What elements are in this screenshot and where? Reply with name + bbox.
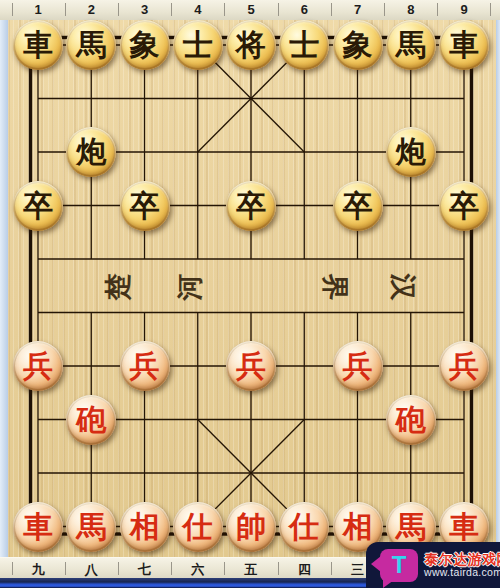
black-piece-卒[interactable]: 卒 [226,181,276,231]
black-piece-象[interactable]: 象 [120,20,170,70]
piece-character: 兵 [449,351,479,381]
piece-character: 馬 [396,30,426,60]
black-piece-士[interactable]: 士 [173,20,223,70]
red-piece-砲[interactable]: 砲 [386,395,436,445]
black-piece-馬[interactable]: 馬 [66,20,116,70]
red-piece-相[interactable]: 相 [120,502,170,552]
piece-character: 兵 [236,351,266,381]
column-number: 九 [32,561,45,579]
black-piece-卒[interactable]: 卒 [333,181,383,231]
river-label-char: 汉 [385,274,421,301]
watermark-site-url: www.tairda.com [424,567,500,579]
piece-character: 士 [183,30,213,60]
red-piece-兵[interactable]: 兵 [120,341,170,391]
logo-letter: T [392,551,407,579]
red-piece-馬[interactable]: 馬 [66,502,116,552]
black-piece-象[interactable]: 象 [333,20,383,70]
river-label-char: 界 [317,274,353,301]
column-separator [65,562,66,575]
piece-character: 相 [130,512,160,542]
column-number: 五 [245,561,258,579]
piece-character: 象 [130,30,160,60]
column-separator [278,562,279,575]
column-separator [12,562,13,575]
red-piece-帥[interactable]: 帥 [226,502,276,552]
piece-character: 車 [449,512,479,542]
piece-character: 馬 [76,512,106,542]
watermark-site-name: 泰尔达游戏网 [424,552,500,567]
column-separator [171,562,172,575]
red-piece-車[interactable]: 車 [13,502,63,552]
piece-character: 卒 [343,191,373,221]
red-piece-砲[interactable]: 砲 [66,395,116,445]
piece-character: 仕 [289,512,319,542]
piece-character: 炮 [76,137,106,167]
piece-character: 兵 [23,351,53,381]
board-grid-lines [0,0,500,588]
piece-character: 士 [289,30,319,60]
piece-character: 兵 [343,351,373,381]
red-piece-仕[interactable]: 仕 [173,502,223,552]
red-piece-仕[interactable]: 仕 [279,502,329,552]
black-piece-車[interactable]: 車 [13,20,63,70]
red-piece-兵[interactable]: 兵 [333,341,383,391]
tairda-logo-icon: T [380,549,418,582]
piece-character: 車 [23,512,53,542]
piece-character: 象 [343,30,373,60]
piece-character: 馬 [76,30,106,60]
black-piece-士[interactable]: 士 [279,20,329,70]
piece-character: 兵 [130,351,160,381]
red-piece-兵[interactable]: 兵 [226,341,276,391]
black-piece-将[interactable]: 将 [226,20,276,70]
piece-character: 卒 [23,191,53,221]
piece-character: 仕 [183,512,213,542]
xiangqi-board[interactable]: 楚河界汉 車馬象士将士象馬車炮炮卒卒卒卒卒兵兵兵兵兵砲砲車馬相仕帥仕相馬車 [8,20,496,557]
piece-character: 将 [236,30,266,60]
column-number: 七 [138,561,151,579]
piece-character: 卒 [449,191,479,221]
column-separator [224,562,225,575]
river-label-char: 河 [172,274,208,301]
red-piece-兵[interactable]: 兵 [13,341,63,391]
black-piece-卒[interactable]: 卒 [13,181,63,231]
piece-character: 馬 [396,512,426,542]
black-piece-馬[interactable]: 馬 [386,20,436,70]
piece-character: 車 [23,30,53,60]
piece-character: 卒 [130,191,160,221]
black-piece-炮[interactable]: 炮 [66,127,116,177]
column-number: 八 [85,561,98,579]
piece-character: 車 [449,30,479,60]
xiangqi-app: 123456789 楚河界汉 車馬象士将士象馬車炮炮卒卒卒卒卒兵兵兵兵兵砲砲車馬… [0,0,500,588]
piece-character: 卒 [236,191,266,221]
black-piece-車[interactable]: 車 [439,20,489,70]
piece-character: 相 [343,512,373,542]
watermark: T 泰尔达游戏网 www.tairda.com [366,542,500,588]
piece-character: 炮 [396,137,426,167]
piece-character: 砲 [76,405,106,435]
red-piece-兵[interactable]: 兵 [439,341,489,391]
column-number: 三 [351,561,364,579]
column-number: 四 [298,561,311,579]
black-piece-炮[interactable]: 炮 [386,127,436,177]
column-number: 六 [191,561,204,579]
piece-character: 砲 [396,405,426,435]
watermark-text: 泰尔达游戏网 www.tairda.com [424,552,500,579]
black-piece-卒[interactable]: 卒 [120,181,170,231]
piece-character: 帥 [236,512,266,542]
column-separator [331,562,332,575]
black-piece-卒[interactable]: 卒 [439,181,489,231]
column-separator [118,562,119,575]
river-label-char: 楚 [100,274,136,301]
